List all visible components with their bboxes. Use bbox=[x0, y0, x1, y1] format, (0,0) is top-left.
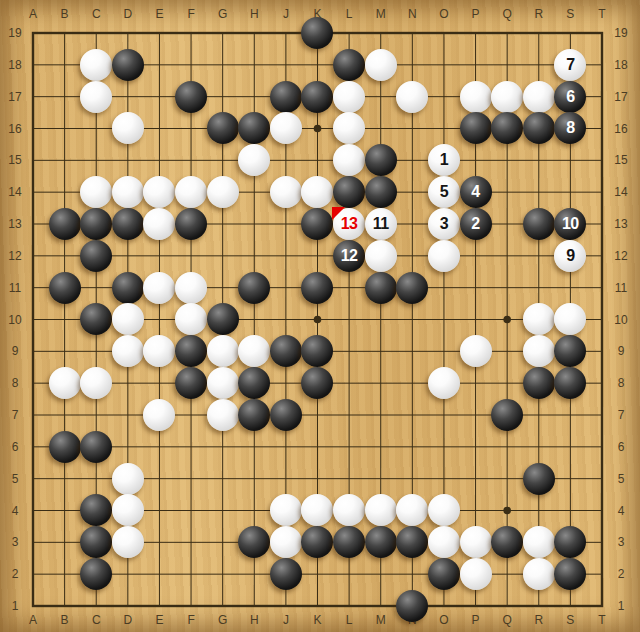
intersection[interactable] bbox=[49, 144, 81, 176]
intersection[interactable] bbox=[302, 272, 334, 304]
intersection[interactable] bbox=[302, 463, 334, 495]
intersection[interactable] bbox=[175, 81, 207, 113]
intersection[interactable] bbox=[270, 526, 302, 558]
intersection[interactable] bbox=[397, 113, 429, 145]
intersection[interactable] bbox=[555, 367, 587, 399]
intersection[interactable] bbox=[175, 495, 207, 527]
intersection[interactable] bbox=[460, 49, 492, 81]
intersection[interactable] bbox=[112, 463, 144, 495]
intersection[interactable] bbox=[333, 431, 365, 463]
intersection[interactable] bbox=[491, 431, 523, 463]
intersection[interactable] bbox=[175, 399, 207, 431]
intersection[interactable] bbox=[49, 113, 81, 145]
intersection[interactable] bbox=[80, 208, 112, 240]
intersection[interactable] bbox=[80, 495, 112, 527]
intersection[interactable] bbox=[333, 81, 365, 113]
intersection[interactable] bbox=[144, 495, 176, 527]
intersection[interactable] bbox=[302, 526, 334, 558]
intersection[interactable] bbox=[238, 49, 270, 81]
intersection[interactable] bbox=[207, 399, 239, 431]
intersection[interactable]: 12 bbox=[333, 240, 365, 272]
intersection[interactable] bbox=[207, 17, 239, 49]
intersection[interactable] bbox=[207, 495, 239, 527]
intersection[interactable] bbox=[428, 272, 460, 304]
intersection[interactable] bbox=[112, 113, 144, 145]
intersection[interactable] bbox=[270, 17, 302, 49]
intersection[interactable] bbox=[112, 49, 144, 81]
intersection[interactable] bbox=[112, 144, 144, 176]
intersection[interactable] bbox=[49, 240, 81, 272]
intersection[interactable] bbox=[365, 367, 397, 399]
intersection[interactable] bbox=[302, 49, 334, 81]
intersection[interactable] bbox=[428, 399, 460, 431]
intersection[interactable] bbox=[80, 240, 112, 272]
intersection[interactable] bbox=[144, 431, 176, 463]
intersection[interactable] bbox=[207, 208, 239, 240]
intersection[interactable] bbox=[144, 272, 176, 304]
intersection[interactable] bbox=[397, 367, 429, 399]
intersection[interactable] bbox=[144, 208, 176, 240]
intersection[interactable] bbox=[555, 558, 587, 590]
intersection[interactable] bbox=[175, 176, 207, 208]
intersection[interactable] bbox=[333, 176, 365, 208]
intersection[interactable] bbox=[144, 144, 176, 176]
intersection[interactable] bbox=[144, 81, 176, 113]
intersection[interactable] bbox=[397, 590, 429, 622]
intersection[interactable] bbox=[238, 526, 270, 558]
intersection[interactable] bbox=[80, 81, 112, 113]
intersection[interactable] bbox=[270, 431, 302, 463]
intersection[interactable] bbox=[586, 304, 618, 336]
intersection[interactable] bbox=[491, 176, 523, 208]
intersection[interactable] bbox=[175, 463, 207, 495]
intersection[interactable] bbox=[428, 304, 460, 336]
intersection[interactable] bbox=[49, 49, 81, 81]
intersection[interactable] bbox=[586, 49, 618, 81]
intersection[interactable] bbox=[491, 208, 523, 240]
intersection[interactable] bbox=[302, 335, 334, 367]
intersection[interactable] bbox=[270, 208, 302, 240]
intersection[interactable] bbox=[49, 272, 81, 304]
intersection[interactable] bbox=[112, 304, 144, 336]
intersection[interactable] bbox=[144, 49, 176, 81]
intersection[interactable] bbox=[523, 81, 555, 113]
intersection[interactable] bbox=[175, 335, 207, 367]
intersection[interactable] bbox=[333, 304, 365, 336]
intersection[interactable] bbox=[17, 113, 49, 145]
intersection[interactable] bbox=[333, 399, 365, 431]
intersection[interactable] bbox=[397, 526, 429, 558]
intersection[interactable] bbox=[555, 526, 587, 558]
intersection[interactable] bbox=[586, 208, 618, 240]
intersection[interactable] bbox=[491, 81, 523, 113]
intersection[interactable] bbox=[80, 49, 112, 81]
intersection[interactable] bbox=[175, 272, 207, 304]
intersection[interactable] bbox=[207, 113, 239, 145]
intersection[interactable] bbox=[144, 463, 176, 495]
intersection[interactable] bbox=[460, 367, 492, 399]
intersection[interactable] bbox=[207, 558, 239, 590]
intersection[interactable] bbox=[491, 463, 523, 495]
intersection[interactable] bbox=[365, 17, 397, 49]
intersection[interactable] bbox=[175, 49, 207, 81]
intersection[interactable] bbox=[17, 431, 49, 463]
intersection[interactable] bbox=[397, 81, 429, 113]
intersection[interactable] bbox=[238, 558, 270, 590]
intersection[interactable] bbox=[112, 272, 144, 304]
intersection[interactable] bbox=[49, 431, 81, 463]
intersection[interactable] bbox=[555, 463, 587, 495]
intersection[interactable] bbox=[80, 558, 112, 590]
intersection[interactable] bbox=[491, 17, 523, 49]
intersection[interactable] bbox=[523, 240, 555, 272]
intersection[interactable] bbox=[238, 81, 270, 113]
intersection[interactable] bbox=[397, 335, 429, 367]
intersection[interactable] bbox=[112, 81, 144, 113]
intersection[interactable]: 3 bbox=[428, 208, 460, 240]
intersection[interactable] bbox=[270, 335, 302, 367]
intersection[interactable] bbox=[586, 463, 618, 495]
intersection[interactable] bbox=[365, 81, 397, 113]
intersection[interactable] bbox=[302, 113, 334, 145]
intersection[interactable] bbox=[523, 463, 555, 495]
intersection[interactable] bbox=[523, 176, 555, 208]
intersection[interactable] bbox=[270, 463, 302, 495]
intersection[interactable] bbox=[586, 144, 618, 176]
intersection[interactable]: 10 bbox=[555, 208, 587, 240]
intersection[interactable] bbox=[49, 335, 81, 367]
intersection[interactable] bbox=[80, 367, 112, 399]
intersection[interactable] bbox=[238, 272, 270, 304]
intersection[interactable] bbox=[17, 558, 49, 590]
intersection[interactable]: 6 bbox=[555, 81, 587, 113]
intersection[interactable] bbox=[428, 558, 460, 590]
intersection[interactable] bbox=[491, 240, 523, 272]
intersection[interactable] bbox=[49, 304, 81, 336]
intersection[interactable] bbox=[555, 304, 587, 336]
intersection[interactable] bbox=[238, 463, 270, 495]
intersection[interactable] bbox=[333, 272, 365, 304]
intersection[interactable] bbox=[333, 113, 365, 145]
intersection[interactable]: 13 bbox=[333, 208, 365, 240]
intersection[interactable] bbox=[365, 240, 397, 272]
intersection[interactable] bbox=[428, 463, 460, 495]
intersection[interactable] bbox=[523, 367, 555, 399]
intersection[interactable] bbox=[49, 17, 81, 49]
intersection[interactable] bbox=[555, 144, 587, 176]
intersection[interactable] bbox=[397, 208, 429, 240]
intersection[interactable] bbox=[238, 176, 270, 208]
intersection[interactable] bbox=[555, 495, 587, 527]
intersection[interactable] bbox=[586, 431, 618, 463]
intersection[interactable] bbox=[80, 144, 112, 176]
intersection[interactable] bbox=[302, 208, 334, 240]
intersection[interactable] bbox=[460, 304, 492, 336]
intersection[interactable] bbox=[460, 144, 492, 176]
intersection[interactable] bbox=[17, 399, 49, 431]
intersection[interactable] bbox=[112, 495, 144, 527]
intersection[interactable] bbox=[365, 304, 397, 336]
intersection[interactable] bbox=[365, 431, 397, 463]
intersection[interactable] bbox=[207, 49, 239, 81]
intersection[interactable] bbox=[17, 240, 49, 272]
intersection[interactable] bbox=[397, 463, 429, 495]
intersection[interactable] bbox=[80, 17, 112, 49]
intersection[interactable] bbox=[586, 176, 618, 208]
intersection[interactable] bbox=[586, 81, 618, 113]
intersection[interactable] bbox=[365, 272, 397, 304]
intersection[interactable] bbox=[80, 272, 112, 304]
intersection[interactable] bbox=[144, 240, 176, 272]
intersection[interactable] bbox=[586, 240, 618, 272]
intersection[interactable] bbox=[302, 558, 334, 590]
intersection[interactable] bbox=[460, 399, 492, 431]
intersection[interactable] bbox=[175, 208, 207, 240]
intersection[interactable] bbox=[586, 113, 618, 145]
intersection[interactable] bbox=[17, 272, 49, 304]
intersection[interactable] bbox=[175, 526, 207, 558]
intersection[interactable] bbox=[365, 113, 397, 145]
intersection[interactable] bbox=[238, 144, 270, 176]
intersection[interactable] bbox=[17, 144, 49, 176]
intersection[interactable] bbox=[144, 399, 176, 431]
intersection[interactable] bbox=[365, 176, 397, 208]
intersection[interactable] bbox=[555, 431, 587, 463]
intersection[interactable] bbox=[207, 272, 239, 304]
intersection[interactable] bbox=[397, 17, 429, 49]
intersection[interactable] bbox=[491, 272, 523, 304]
intersection[interactable] bbox=[428, 335, 460, 367]
intersection[interactable] bbox=[460, 113, 492, 145]
intersection[interactable] bbox=[523, 49, 555, 81]
intersection[interactable] bbox=[80, 463, 112, 495]
intersection[interactable]: 5 bbox=[428, 176, 460, 208]
intersection[interactable] bbox=[365, 49, 397, 81]
intersection[interactable] bbox=[80, 304, 112, 336]
intersection[interactable] bbox=[365, 144, 397, 176]
intersection[interactable] bbox=[112, 176, 144, 208]
intersection[interactable] bbox=[49, 399, 81, 431]
intersection[interactable] bbox=[460, 463, 492, 495]
intersection[interactable] bbox=[333, 17, 365, 49]
intersection[interactable] bbox=[333, 495, 365, 527]
intersection[interactable] bbox=[365, 399, 397, 431]
intersection[interactable] bbox=[428, 495, 460, 527]
intersection[interactable] bbox=[491, 526, 523, 558]
intersection[interactable] bbox=[365, 335, 397, 367]
intersection[interactable] bbox=[238, 304, 270, 336]
intersection[interactable] bbox=[365, 558, 397, 590]
intersection[interactable] bbox=[491, 144, 523, 176]
intersection[interactable] bbox=[270, 272, 302, 304]
intersection[interactable] bbox=[49, 463, 81, 495]
intersection[interactable] bbox=[49, 558, 81, 590]
intersection[interactable] bbox=[397, 144, 429, 176]
intersection[interactable] bbox=[460, 526, 492, 558]
intersection[interactable] bbox=[397, 558, 429, 590]
intersection[interactable] bbox=[207, 335, 239, 367]
intersection[interactable] bbox=[428, 113, 460, 145]
intersection[interactable] bbox=[460, 240, 492, 272]
intersection[interactable] bbox=[49, 208, 81, 240]
intersection[interactable] bbox=[112, 399, 144, 431]
intersection[interactable] bbox=[49, 367, 81, 399]
intersection[interactable] bbox=[207, 526, 239, 558]
intersection[interactable] bbox=[112, 367, 144, 399]
intersection[interactable] bbox=[491, 495, 523, 527]
intersection[interactable] bbox=[302, 304, 334, 336]
intersection[interactable]: 7 bbox=[555, 49, 587, 81]
intersection[interactable] bbox=[17, 463, 49, 495]
intersection[interactable] bbox=[586, 367, 618, 399]
intersection[interactable] bbox=[270, 240, 302, 272]
intersection[interactable] bbox=[460, 17, 492, 49]
intersection[interactable] bbox=[333, 558, 365, 590]
intersection[interactable] bbox=[523, 558, 555, 590]
intersection[interactable] bbox=[523, 495, 555, 527]
intersection[interactable] bbox=[17, 335, 49, 367]
intersection[interactable] bbox=[175, 367, 207, 399]
intersection[interactable] bbox=[144, 558, 176, 590]
intersection[interactable] bbox=[397, 49, 429, 81]
intersection[interactable] bbox=[491, 49, 523, 81]
intersection[interactable] bbox=[491, 113, 523, 145]
intersection[interactable] bbox=[428, 49, 460, 81]
intersection[interactable] bbox=[80, 176, 112, 208]
intersection[interactable] bbox=[460, 81, 492, 113]
intersection[interactable] bbox=[270, 49, 302, 81]
intersection[interactable] bbox=[238, 17, 270, 49]
intersection[interactable] bbox=[207, 240, 239, 272]
intersection[interactable]: 4 bbox=[460, 176, 492, 208]
intersection[interactable] bbox=[523, 304, 555, 336]
intersection[interactable] bbox=[523, 17, 555, 49]
intersection[interactable] bbox=[397, 304, 429, 336]
intersection[interactable] bbox=[491, 367, 523, 399]
intersection[interactable] bbox=[555, 335, 587, 367]
intersection[interactable] bbox=[175, 558, 207, 590]
intersection[interactable] bbox=[397, 272, 429, 304]
intersection[interactable] bbox=[49, 176, 81, 208]
intersection[interactable] bbox=[428, 431, 460, 463]
intersection[interactable] bbox=[302, 431, 334, 463]
intersection[interactable] bbox=[80, 526, 112, 558]
intersection[interactable] bbox=[365, 526, 397, 558]
intersection[interactable]: 9 bbox=[555, 240, 587, 272]
intersection[interactable] bbox=[175, 304, 207, 336]
intersection[interactable] bbox=[207, 176, 239, 208]
intersection[interactable] bbox=[333, 367, 365, 399]
intersection[interactable] bbox=[460, 335, 492, 367]
intersection[interactable] bbox=[238, 240, 270, 272]
intersection[interactable] bbox=[80, 431, 112, 463]
intersection[interactable] bbox=[17, 526, 49, 558]
intersection[interactable] bbox=[302, 17, 334, 49]
intersection[interactable] bbox=[144, 367, 176, 399]
intersection[interactable] bbox=[238, 113, 270, 145]
intersection[interactable]: 8 bbox=[555, 113, 587, 145]
intersection[interactable] bbox=[238, 495, 270, 527]
intersection[interactable] bbox=[17, 495, 49, 527]
intersection[interactable] bbox=[80, 399, 112, 431]
intersection[interactable] bbox=[270, 144, 302, 176]
intersection[interactable] bbox=[333, 335, 365, 367]
intersection[interactable] bbox=[555, 272, 587, 304]
intersection[interactable] bbox=[112, 240, 144, 272]
intersection[interactable] bbox=[333, 526, 365, 558]
intersection[interactable] bbox=[144, 176, 176, 208]
intersection[interactable] bbox=[460, 495, 492, 527]
intersection[interactable] bbox=[586, 526, 618, 558]
intersection[interactable] bbox=[523, 144, 555, 176]
intersection[interactable] bbox=[555, 176, 587, 208]
intersection[interactable] bbox=[175, 431, 207, 463]
intersection[interactable] bbox=[112, 431, 144, 463]
intersection[interactable] bbox=[238, 335, 270, 367]
intersection[interactable] bbox=[523, 335, 555, 367]
intersection[interactable] bbox=[523, 272, 555, 304]
intersection[interactable] bbox=[175, 113, 207, 145]
intersection[interactable] bbox=[586, 495, 618, 527]
intersection[interactable] bbox=[555, 17, 587, 49]
intersection[interactable] bbox=[270, 113, 302, 145]
intersection[interactable] bbox=[144, 335, 176, 367]
intersection[interactable] bbox=[586, 558, 618, 590]
intersection[interactable] bbox=[238, 367, 270, 399]
intersection[interactable] bbox=[175, 144, 207, 176]
intersection[interactable] bbox=[238, 208, 270, 240]
intersection[interactable] bbox=[270, 367, 302, 399]
intersection[interactable] bbox=[302, 176, 334, 208]
intersection[interactable] bbox=[491, 558, 523, 590]
intersection[interactable]: 1 bbox=[428, 144, 460, 176]
intersection[interactable] bbox=[523, 526, 555, 558]
intersection[interactable]: 11 bbox=[365, 208, 397, 240]
intersection[interactable] bbox=[428, 17, 460, 49]
intersection[interactable] bbox=[17, 208, 49, 240]
intersection[interactable] bbox=[207, 431, 239, 463]
intersection[interactable] bbox=[270, 558, 302, 590]
intersection[interactable] bbox=[207, 81, 239, 113]
intersection[interactable] bbox=[17, 17, 49, 49]
intersection[interactable] bbox=[112, 558, 144, 590]
intersection[interactable] bbox=[302, 144, 334, 176]
intersection[interactable] bbox=[17, 304, 49, 336]
intersection[interactable] bbox=[397, 176, 429, 208]
intersection[interactable] bbox=[365, 495, 397, 527]
intersection[interactable] bbox=[428, 240, 460, 272]
intersection[interactable] bbox=[428, 81, 460, 113]
intersection[interactable]: 2 bbox=[460, 208, 492, 240]
intersection[interactable] bbox=[302, 367, 334, 399]
intersection[interactable] bbox=[397, 495, 429, 527]
intersection[interactable] bbox=[523, 113, 555, 145]
intersection[interactable] bbox=[144, 17, 176, 49]
intersection[interactable] bbox=[112, 526, 144, 558]
intersection[interactable] bbox=[491, 335, 523, 367]
intersection[interactable] bbox=[302, 399, 334, 431]
intersection[interactable] bbox=[270, 81, 302, 113]
intersection[interactable] bbox=[491, 304, 523, 336]
intersection[interactable] bbox=[17, 176, 49, 208]
intersection[interactable] bbox=[80, 113, 112, 145]
intersection[interactable] bbox=[555, 399, 587, 431]
intersection[interactable] bbox=[112, 208, 144, 240]
intersection[interactable] bbox=[270, 304, 302, 336]
intersection[interactable] bbox=[238, 399, 270, 431]
intersection[interactable] bbox=[586, 272, 618, 304]
intersection[interactable] bbox=[144, 113, 176, 145]
